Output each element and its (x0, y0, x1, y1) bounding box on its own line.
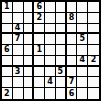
cell-r5c8[interactable] (77, 45, 88, 56)
cell-r7c9[interactable] (88, 67, 99, 78)
cell-r6c2[interactable] (13, 56, 24, 67)
cell-r2c6[interactable] (56, 13, 67, 24)
cell-r6c1[interactable] (2, 56, 13, 67)
cell-r4c4[interactable] (34, 34, 45, 45)
cell-r4c3[interactable] (24, 34, 35, 45)
cell-r9c8[interactable] (77, 88, 88, 99)
cell-r1c9[interactable] (88, 2, 99, 13)
cell-r7c4[interactable] (34, 67, 45, 78)
cell-r4c8[interactable]: 5 (77, 34, 88, 45)
cell-r3c8[interactable] (77, 24, 88, 35)
cell-r3c3[interactable] (24, 24, 35, 35)
cell-r8c9[interactable] (88, 77, 99, 88)
cell-r3c7[interactable] (67, 24, 78, 35)
cell-r5c1[interactable]: 6 (2, 45, 13, 56)
cell-r6c5[interactable] (45, 56, 56, 67)
sudoku-board: 16284756142354726 (0, 0, 101, 101)
cell-r3c4[interactable] (34, 24, 45, 35)
cell-r1c6[interactable] (56, 2, 67, 13)
cell-r2c4[interactable]: 2 (34, 13, 45, 24)
cell-r7c3[interactable] (24, 67, 35, 78)
cell-r1c4[interactable]: 6 (34, 2, 45, 13)
cell-r6c3[interactable] (24, 56, 35, 67)
cell-r8c7[interactable]: 7 (67, 77, 78, 88)
cell-r9c2[interactable] (13, 88, 24, 99)
cell-r2c9[interactable] (88, 13, 99, 24)
cell-r1c7[interactable] (67, 2, 78, 13)
cell-r1c3[interactable] (24, 2, 35, 13)
cell-r7c1[interactable] (2, 67, 13, 78)
cell-r3c5[interactable] (45, 24, 56, 35)
cell-r1c5[interactable] (45, 2, 56, 13)
cell-r2c3[interactable] (24, 13, 35, 24)
cell-r6c7[interactable] (67, 56, 78, 67)
cell-r9c9[interactable] (88, 88, 99, 99)
cell-r6c4[interactable] (34, 56, 45, 67)
cell-r4c5[interactable] (45, 34, 56, 45)
cell-r7c8[interactable] (77, 67, 88, 78)
cell-r1c1[interactable]: 1 (2, 2, 13, 13)
cell-r5c6[interactable] (56, 45, 67, 56)
cell-r8c6[interactable] (56, 77, 67, 88)
cell-r4c9[interactable] (88, 34, 99, 45)
cell-r4c2[interactable]: 7 (13, 34, 24, 45)
cell-r9c7[interactable]: 6 (67, 88, 78, 99)
cell-r7c5[interactable] (45, 67, 56, 78)
cell-r8c4[interactable] (34, 77, 45, 88)
cell-r5c4[interactable]: 1 (34, 45, 45, 56)
cell-r2c2[interactable] (13, 13, 24, 24)
cell-r1c2[interactable] (13, 2, 24, 13)
cell-r9c4[interactable] (34, 88, 45, 99)
cell-r9c3[interactable] (24, 88, 35, 99)
cell-r9c5[interactable] (45, 88, 56, 99)
cell-r8c8[interactable] (77, 77, 88, 88)
cell-r5c7[interactable] (67, 45, 78, 56)
cell-r9c6[interactable] (56, 88, 67, 99)
cell-r9c1[interactable]: 2 (2, 88, 13, 99)
cell-r4c7[interactable] (67, 34, 78, 45)
cell-r5c2[interactable] (13, 45, 24, 56)
cell-r8c3[interactable] (24, 77, 35, 88)
cell-r8c1[interactable] (2, 77, 13, 88)
cell-r2c8[interactable] (77, 13, 88, 24)
cell-r2c1[interactable] (2, 13, 13, 24)
cell-r2c5[interactable] (45, 13, 56, 24)
cell-r6c9[interactable]: 2 (88, 56, 99, 67)
cell-r7c6[interactable]: 5 (56, 67, 67, 78)
cell-r5c9[interactable] (88, 45, 99, 56)
cell-r7c7[interactable] (67, 67, 78, 78)
cell-r7c2[interactable]: 3 (13, 67, 24, 78)
cell-r5c3[interactable] (24, 45, 35, 56)
cell-r3c2[interactable]: 4 (13, 24, 24, 35)
cell-r1c8[interactable] (77, 2, 88, 13)
cell-r6c6[interactable] (56, 56, 67, 67)
cell-r8c2[interactable] (13, 77, 24, 88)
cell-r4c1[interactable] (2, 34, 13, 45)
cell-r6c8[interactable]: 4 (77, 56, 88, 67)
cell-r3c1[interactable] (2, 24, 13, 35)
cell-r5c5[interactable] (45, 45, 56, 56)
cell-r8c5[interactable]: 4 (45, 77, 56, 88)
cell-r4c6[interactable] (56, 34, 67, 45)
cell-r3c9[interactable] (88, 24, 99, 35)
cell-r3c6[interactable] (56, 24, 67, 35)
cell-r2c7[interactable]: 8 (67, 13, 78, 24)
